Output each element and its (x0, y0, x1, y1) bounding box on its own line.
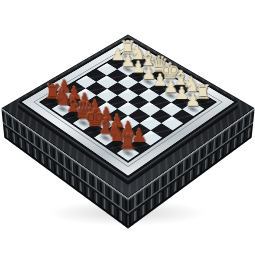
scene: ♜♞♝♛♚♝♞♜♟♟♟♟♟♟♟♟♟♟♟♟♟♟♟♟♜♞♝♛♚♝♞♜ (0, 0, 255, 255)
red-rook: ♜ (114, 132, 142, 153)
chess-board: ♜♞♝♛♚♝♞♜♟♟♟♟♟♟♟♟♟♟♟♟♟♟♟♟♜♞♝♛♚♝♞♜ (0, 28, 255, 191)
chess-set-photo: ♜♞♝♛♚♝♞♜♟♟♟♟♟♟♟♟♟♟♟♟♟♟♟♟♜♞♝♛♚♝♞♜ (0, 0, 255, 255)
ivory-pawn: ♟ (180, 92, 206, 109)
